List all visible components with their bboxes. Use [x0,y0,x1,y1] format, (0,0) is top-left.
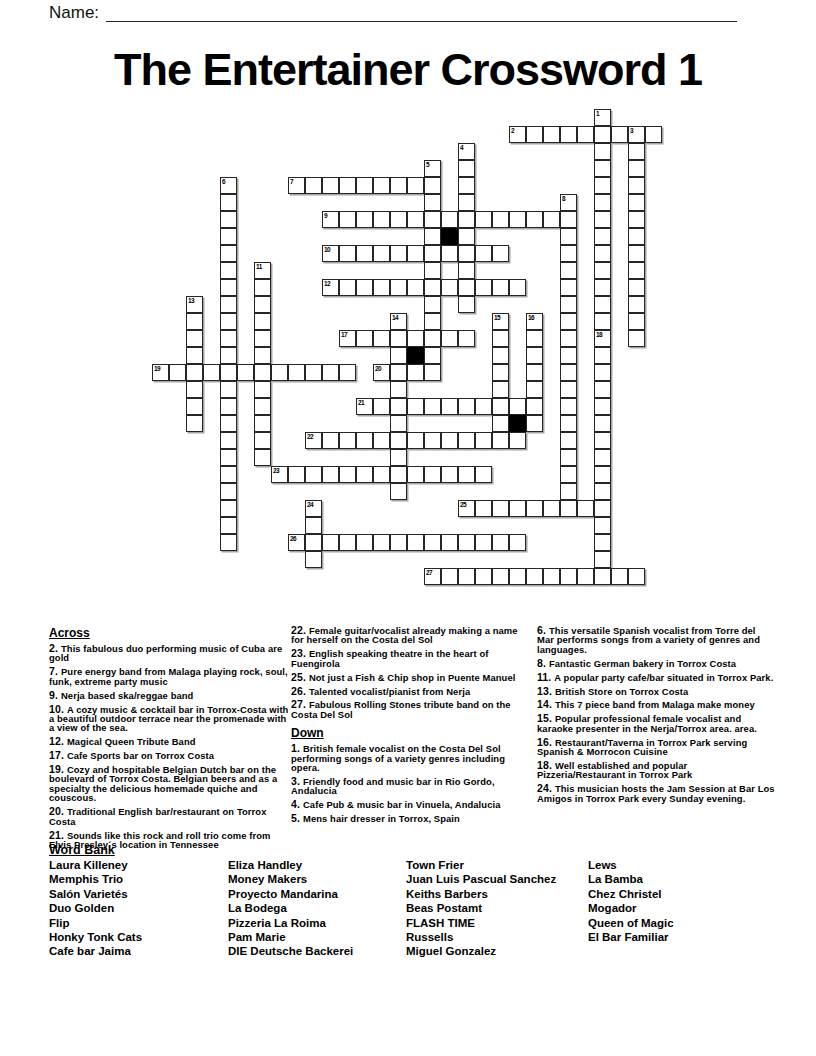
crossword-cell[interactable] [356,466,373,483]
crossword-cell[interactable] [407,330,424,347]
crossword-cell[interactable] [475,432,492,449]
crossword-cell[interactable] [560,211,577,228]
crossword-cell[interactable] [594,500,611,517]
crossword-cell[interactable] [526,211,543,228]
crossword-cell[interactable] [594,347,611,364]
crossword-cell[interactable] [543,500,560,517]
crossword-cell[interactable]: 13 [186,296,203,313]
crossword-cell[interactable] [458,194,475,211]
crossword-cell[interactable] [509,500,526,517]
crossword-cell[interactable] [441,466,458,483]
crossword-cell[interactable] [492,330,509,347]
crossword-cell[interactable] [424,262,441,279]
crossword-cell[interactable] [254,364,271,381]
crossword-cell[interactable] [237,364,254,381]
crossword-cell[interactable] [339,364,356,381]
crossword-cell[interactable] [305,177,322,194]
crossword-cell[interactable] [356,245,373,262]
crossword-cell[interactable] [220,245,237,262]
crossword-cell[interactable] [526,347,543,364]
crossword-cell[interactable] [220,398,237,415]
word-bank-item: Memphis Trio [49,872,142,886]
crossword-cell[interactable] [560,347,577,364]
crossword-cell[interactable] [390,432,407,449]
crossword-cell[interactable] [305,551,322,568]
crossword-cell[interactable]: 10 [322,245,339,262]
crossword-cell[interactable] [594,279,611,296]
crossword-cell[interactable] [390,211,407,228]
clue-13: 13. British Store on Torrox Costa [537,687,775,696]
crossword-cell[interactable] [594,296,611,313]
crossword-cell[interactable] [594,228,611,245]
crossword-cell[interactable] [628,194,645,211]
crossword-cell[interactable] [441,534,458,551]
crossword-cell[interactable] [339,211,356,228]
crossword-cell[interactable]: 21 [356,398,373,415]
crossword-cell[interactable] [186,381,203,398]
crossword-cell[interactable] [424,398,441,415]
crossword-cell[interactable] [628,313,645,330]
crossword-cell[interactable] [424,347,441,364]
crossword-cell[interactable] [220,415,237,432]
crossword-cell[interactable] [492,245,509,262]
crossword-cell[interactable] [560,228,577,245]
crossword-cell[interactable] [594,177,611,194]
crossword-cell[interactable] [628,296,645,313]
crossword-cell[interactable] [356,279,373,296]
crossword-cell[interactable] [628,262,645,279]
crossword-cell[interactable] [339,177,356,194]
crossword-cell[interactable] [424,432,441,449]
crossword-cell[interactable] [594,551,611,568]
crossword-cell[interactable] [271,364,288,381]
crossword-cell[interactable]: 1 [594,109,611,126]
crossword-cell[interactable] [560,432,577,449]
crossword-cell[interactable] [560,262,577,279]
crossword-cell[interactable] [322,177,339,194]
crossword-cell[interactable] [407,279,424,296]
crossword-cell[interactable]: 17 [339,330,356,347]
crossword-cell[interactable] [407,466,424,483]
crossword-cell[interactable] [356,177,373,194]
crossword-cell[interactable] [390,534,407,551]
crossword-cell[interactable] [492,211,509,228]
crossword-cell[interactable] [186,364,203,381]
crossword-cell[interactable] [220,262,237,279]
crossword-cell[interactable] [373,245,390,262]
crossword-cell[interactable] [339,534,356,551]
crossword-cell[interactable] [220,296,237,313]
crossword-cell[interactable] [390,330,407,347]
clue-number: 16 [528,314,534,321]
crossword-cell[interactable] [254,449,271,466]
crossword-cell[interactable] [492,568,509,585]
crossword-cell[interactable]: 16 [526,313,543,330]
crossword-cell[interactable] [339,466,356,483]
crossword-cell[interactable] [322,364,339,381]
crossword-cell[interactable] [322,466,339,483]
crossword-cell[interactable] [560,568,577,585]
crossword-cell[interactable] [509,211,526,228]
crossword-cell[interactable] [458,177,475,194]
crossword-cell[interactable] [288,364,305,381]
crossword-cell[interactable] [373,279,390,296]
crossword-cell[interactable] [373,432,390,449]
crossword-cell[interactable] [543,126,560,143]
crossword-cell[interactable] [526,415,543,432]
crossword-cell[interactable] [424,296,441,313]
crossword-cell[interactable] [628,177,645,194]
clue-number: 19 [154,365,160,372]
crossword-cell[interactable] [628,211,645,228]
crossword-cell[interactable] [628,330,645,347]
crossword-cell[interactable] [594,313,611,330]
clue-24: 24. This musician hosts the Jam Session … [537,784,775,803]
crossword-cell[interactable] [560,466,577,483]
crossword-cell[interactable] [390,177,407,194]
crossword-cell[interactable] [407,364,424,381]
crossword-cell[interactable]: 19 [152,364,169,381]
crossword-cell[interactable] [390,466,407,483]
crossword-cell[interactable] [475,245,492,262]
crossword-cell[interactable] [458,330,475,347]
crossword-cell[interactable] [560,381,577,398]
clue-14: 14. This 7 piece band from Malaga make m… [537,700,775,709]
crossword-cell[interactable] [458,160,475,177]
crossword-cell[interactable] [254,415,271,432]
crossword-cell[interactable] [254,296,271,313]
crossword-cell[interactable] [373,330,390,347]
crossword-cell[interactable] [424,330,441,347]
crossword-cell[interactable] [560,296,577,313]
crossword-cell[interactable] [492,381,509,398]
crossword-cell[interactable] [526,330,543,347]
crossword-cell[interactable] [203,364,220,381]
crossword-cell[interactable] [220,500,237,517]
crossword-cell[interactable] [441,568,458,585]
crossword-cell[interactable] [424,211,441,228]
crossword-cell[interactable] [594,398,611,415]
crossword-cell[interactable] [220,211,237,228]
crossword-cell[interactable]: 14 [390,313,407,330]
crossword-cell[interactable] [475,398,492,415]
crossword-cell[interactable] [220,432,237,449]
crossword-cell[interactable] [220,364,237,381]
crossword-cell[interactable] [526,568,543,585]
crossword-cell[interactable] [509,398,526,415]
crossword-cell[interactable] [594,364,611,381]
crossword-cell[interactable] [458,296,475,313]
crossword-cell[interactable] [390,381,407,398]
crossword-cell[interactable]: 2 [509,126,526,143]
crossword-cell[interactable] [475,534,492,551]
crossword-cell[interactable]: 15 [492,313,509,330]
crossword-cell[interactable]: 23 [271,466,288,483]
crossword-cell[interactable] [220,466,237,483]
crossword-cell[interactable] [628,245,645,262]
crossword-cell[interactable] [458,534,475,551]
crossword-cell[interactable] [560,245,577,262]
crossword-cell[interactable] [288,466,305,483]
crossword-cell[interactable] [577,126,594,143]
clue-10: 10. A cozy music & cocktail bar in Torro… [49,705,290,733]
crossword-cell[interactable] [220,347,237,364]
crossword-cell[interactable] [475,211,492,228]
clue-17: 17. Cafe Sports bar on Torrox Costa [49,751,290,760]
crossword-cell[interactable] [373,466,390,483]
crossword-cell[interactable]: 3 [628,126,645,143]
crossword-cell[interactable] [390,449,407,466]
crossword-cell[interactable]: 5 [424,160,441,177]
clue-number: 27 [426,569,432,576]
crossword-cell[interactable] [424,534,441,551]
crossword-cell[interactable] [458,432,475,449]
crossword-cell[interactable] [322,432,339,449]
crossword-cell[interactable] [390,415,407,432]
crossword-cell[interactable]: 8 [560,194,577,211]
crossword-cell[interactable] [458,245,475,262]
clue-number: 20 [375,365,381,372]
crossword-cell[interactable] [628,279,645,296]
crossword-cell[interactable] [611,126,628,143]
crossword-cell[interactable] [254,279,271,296]
crossword-cell[interactable] [220,313,237,330]
crossword-cell[interactable] [577,500,594,517]
crossword-cell[interactable] [407,245,424,262]
crossword-cell[interactable] [526,500,543,517]
crossword-cell[interactable] [509,534,526,551]
crossword-cell[interactable] [220,228,237,245]
crossword-cell[interactable] [628,228,645,245]
crossword-cell[interactable] [390,483,407,500]
crossword-cell[interactable] [492,415,509,432]
crossword-cell[interactable]: 22 [305,432,322,449]
crossword-cell[interactable] [526,364,543,381]
crossword-cell[interactable] [254,347,271,364]
crossword-cell[interactable] [611,568,628,585]
crossword-cell[interactable] [356,211,373,228]
crossword-cell[interactable] [475,279,492,296]
crossword-cell[interactable] [594,534,611,551]
crossword-cell[interactable] [254,381,271,398]
crossword-cell[interactable] [186,313,203,330]
crossword-cell[interactable]: 11 [254,262,271,279]
crossword-cell[interactable] [492,279,509,296]
crossword-cell[interactable] [492,534,509,551]
crossword-cell[interactable] [577,568,594,585]
crossword-cell[interactable] [441,432,458,449]
crossword-cell[interactable] [186,398,203,415]
crossword-cell[interactable]: 25 [458,500,475,517]
crossword-cell[interactable] [407,534,424,551]
crossword-cell[interactable] [407,211,424,228]
crossword-cell[interactable] [441,211,458,228]
crossword-cell[interactable]: 18 [594,330,611,347]
crossword-cell[interactable] [356,534,373,551]
clue-23: 23. English speaking theatre in the hear… [291,649,531,668]
crossword-cell[interactable] [526,398,543,415]
crossword-cell[interactable] [441,279,458,296]
crossword-cell[interactable] [526,381,543,398]
clue-number-label: 15. [537,712,555,724]
crossword-cell[interactable] [220,534,237,551]
crossword-cell[interactable] [509,432,526,449]
crossword-cell[interactable] [492,432,509,449]
crossword-cell[interactable]: 27 [424,568,441,585]
crossword-cell[interactable] [254,330,271,347]
crossword-cell[interactable] [475,466,492,483]
crossword-cell[interactable] [407,398,424,415]
crossword-cell[interactable] [560,398,577,415]
crossword-cell[interactable] [458,279,475,296]
crossword-cell[interactable] [458,568,475,585]
crossword-cell[interactable] [254,313,271,330]
crossword-cell[interactable] [492,364,509,381]
crossword-cell[interactable] [390,279,407,296]
crossword-cell[interactable] [594,381,611,398]
crossword-cell[interactable] [305,534,322,551]
crossword-cell[interactable] [594,415,611,432]
clue-number: 5 [426,161,429,168]
crossword-cell[interactable]: 12 [322,279,339,296]
crossword-cell[interactable] [560,449,577,466]
crossword-cell[interactable] [390,364,407,381]
crossword-cell[interactable] [458,398,475,415]
crossword-cell[interactable] [424,313,441,330]
crossword-cell[interactable]: 4 [458,143,475,160]
crossword-cell[interactable] [220,330,237,347]
crossword-cell[interactable] [560,279,577,296]
crossword-cell[interactable] [492,500,509,517]
crossword-cell[interactable] [509,568,526,585]
crossword-cell[interactable] [594,262,611,279]
crossword-cell[interactable] [594,466,611,483]
crossword-cell[interactable] [509,279,526,296]
crossword-cell[interactable] [458,262,475,279]
crossword-cell[interactable] [254,432,271,449]
crossword-cell[interactable] [322,534,339,551]
crossword-cell[interactable] [458,211,475,228]
crossword-cell[interactable] [407,177,424,194]
crossword-cell[interactable] [305,364,322,381]
crossword-cell[interactable] [628,143,645,160]
crossword-cell[interactable] [424,228,441,245]
crossword-cell[interactable] [373,177,390,194]
crossword-cell[interactable]: 6 [220,177,237,194]
crossword-cell[interactable] [186,347,203,364]
crossword-cell[interactable] [220,449,237,466]
word-bank-item: FLASH TIME [406,916,556,930]
crossword-cell[interactable] [441,330,458,347]
crossword-cell[interactable] [594,568,611,585]
crossword-cell[interactable] [594,245,611,262]
crossword-cell[interactable] [441,245,458,262]
crossword-cell[interactable] [458,228,475,245]
crossword-cell[interactable] [560,330,577,347]
name-label: Name: [49,3,99,22]
crossword-cell[interactable] [560,500,577,517]
crossword-cell[interactable] [254,398,271,415]
crossword-cell[interactable]: 26 [288,534,305,551]
crossword-cell[interactable] [390,245,407,262]
crossword-cell[interactable] [645,126,662,143]
crossword-cell[interactable] [305,517,322,534]
crossword-cell[interactable] [356,432,373,449]
crossword-cell[interactable] [492,398,509,415]
crossword-cell[interactable] [220,517,237,534]
crossword-cell[interactable] [186,415,203,432]
crossword-cell[interactable] [186,330,203,347]
crossword-cell[interactable] [560,415,577,432]
crossword-cell[interactable] [594,160,611,177]
crossword-cell[interactable] [594,143,611,160]
crossword-cell[interactable] [424,194,441,211]
crossword-cell[interactable] [424,177,441,194]
crossword-cell[interactable] [441,398,458,415]
crossword-cell[interactable] [305,466,322,483]
crossword-cell[interactable] [594,432,611,449]
crossword-cell[interactable] [560,483,577,500]
crossword-cell[interactable] [220,483,237,500]
crossword-cell[interactable] [458,466,475,483]
crossword-cell[interactable] [356,330,373,347]
crossword-cell[interactable] [373,534,390,551]
crossword-cell[interactable]: 9 [322,211,339,228]
crossword-cell[interactable] [339,432,356,449]
crossword-cell[interactable] [390,398,407,415]
crossword-cell[interactable] [594,517,611,534]
crossword-cell[interactable] [220,279,237,296]
crossword-cell[interactable] [560,364,577,381]
crossword-cell[interactable] [526,126,543,143]
crossword-cell[interactable] [424,279,441,296]
crossword-cell[interactable] [594,483,611,500]
crossword-cell[interactable]: 24 [305,500,322,517]
crossword-cell[interactable] [407,432,424,449]
crossword-cell[interactable] [594,194,611,211]
word-bank-item: Laura Killeney [49,858,142,872]
crossword-cell[interactable] [390,347,407,364]
crossword-cell[interactable] [594,126,611,143]
crossword-cell[interactable] [220,194,237,211]
crossword-cell[interactable] [492,347,509,364]
crossword-cell[interactable] [628,568,645,585]
crossword-cell[interactable] [560,126,577,143]
crossword-cell[interactable] [339,245,356,262]
word-bank-item: Proyecto Mandarina [228,887,353,901]
crossword-cell[interactable] [220,381,237,398]
crossword-cell[interactable] [594,449,611,466]
crossword-cell[interactable] [543,568,560,585]
crossword-cell[interactable] [169,364,186,381]
crossword-cell[interactable] [560,313,577,330]
crossword-cell[interactable] [373,211,390,228]
crossword-cell[interactable] [543,211,560,228]
crossword-cell[interactable] [628,160,645,177]
crossword-cell[interactable]: 20 [373,364,390,381]
name-row: Name: [49,3,749,23]
crossword-cell[interactable]: 7 [288,177,305,194]
crossword-cell[interactable] [424,364,441,381]
crossword-cell[interactable] [475,500,492,517]
crossword-cell[interactable] [594,211,611,228]
crossword-cell[interactable] [424,466,441,483]
crossword-cell[interactable] [475,568,492,585]
crossword-cell[interactable] [424,245,441,262]
crossword-cell[interactable] [339,279,356,296]
word-bank-item: Duo Golden [49,901,142,915]
crossword-cell[interactable] [373,398,390,415]
